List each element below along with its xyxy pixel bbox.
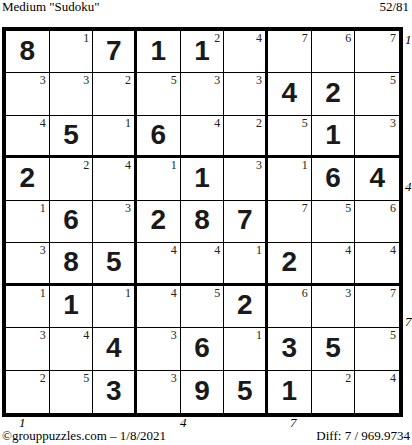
cell-r8c8[interactable]: 5 — [312, 328, 356, 370]
cell-r4c1[interactable]: 2 — [6, 158, 50, 200]
cell-r4c3[interactable]: 4 — [93, 158, 137, 200]
given-digit: 2 — [237, 291, 253, 319]
pencil-mark: 5 — [390, 73, 396, 87]
pencil-mark: 1 — [302, 158, 308, 172]
cell-r4c5[interactable]: 1 — [181, 158, 225, 200]
cell-r9c2[interactable]: 5 — [50, 371, 94, 413]
cell-r8c2[interactable]: 4 — [50, 328, 94, 370]
cell-r3c1[interactable]: 4 — [6, 116, 50, 158]
cell-r8c4[interactable]: 3 — [137, 328, 181, 370]
pencil-mark: 1 — [256, 328, 262, 342]
given-digit: 4 — [369, 164, 385, 192]
cell-r2c3[interactable]: 2 — [93, 73, 137, 115]
cell-r7c1[interactable]: 1 — [6, 286, 50, 328]
cell-r4c2[interactable]: 2 — [50, 158, 94, 200]
cell-r8c6[interactable]: 1 — [224, 328, 268, 370]
cell-r3c4[interactable]: 6 — [137, 116, 181, 158]
cell-r5c4[interactable]: 2 — [137, 201, 181, 243]
cell-r6c6[interactable]: 1 — [224, 243, 268, 285]
pencil-mark: 3 — [256, 158, 262, 172]
sudoku-page: Medium "Sudoku" 52/81 817112476733253342… — [0, 0, 412, 445]
pencil-mark: 4 — [390, 371, 396, 385]
pencil-mark: 2 — [345, 371, 351, 385]
pencil-mark: 2 — [40, 371, 46, 385]
pencil-mark: 5 — [345, 201, 351, 215]
pencil-mark: 4 — [40, 116, 46, 130]
given-digit: 6 — [63, 206, 79, 234]
pencil-mark: 2 — [214, 31, 220, 45]
cell-r5c7[interactable]: 7 — [268, 201, 312, 243]
given-digit: 2 — [20, 164, 36, 192]
given-digit: 6 — [151, 121, 167, 149]
cell-r7c5[interactable]: 5 — [181, 286, 225, 328]
cell-r7c9[interactable]: 7 — [355, 286, 399, 328]
given-digit: 7 — [106, 37, 122, 65]
pencil-mark: 3 — [390, 116, 396, 130]
pencil-mark: 1 — [256, 243, 262, 257]
given-digit: 1 — [63, 291, 79, 319]
cell-r5c2[interactable]: 6 — [50, 201, 94, 243]
pencil-mark: 7 — [390, 286, 396, 300]
cell-r2c2[interactable]: 3 — [50, 73, 94, 115]
cell-r3c6[interactable]: 2 — [224, 116, 268, 158]
pencil-mark: 1 — [40, 201, 46, 215]
cell-r6c5[interactable]: 4 — [181, 243, 225, 285]
pencil-mark: 3 — [40, 243, 46, 257]
cell-r9c4[interactable]: 3 — [137, 371, 181, 413]
cell-r9c3[interactable]: 3 — [93, 371, 137, 413]
cell-r8c7[interactable]: 3 — [268, 328, 312, 370]
cell-r4c8[interactable]: 6 — [312, 158, 356, 200]
cell-r1c1[interactable]: 8 — [6, 31, 50, 73]
pencil-mark: 1 — [171, 158, 177, 172]
cell-r8c9[interactable]: 5 — [355, 328, 399, 370]
cell-r6c7[interactable]: 2 — [268, 243, 312, 285]
cell-r3c9[interactable]: 3 — [355, 116, 399, 158]
pencil-mark: 4 — [125, 158, 131, 172]
given-digit: 1 — [194, 164, 210, 192]
sudoku-board: 8171124767332533425451642513224113164163… — [2, 27, 403, 417]
cell-r9c1[interactable]: 2 — [6, 371, 50, 413]
cell-r6c9[interactable]: 4 — [355, 243, 399, 285]
pencil-mark: 3 — [40, 73, 46, 87]
pencil-mark: 4 — [214, 243, 220, 257]
cell-r3c3[interactable]: 1 — [93, 116, 137, 158]
cell-r7c3[interactable]: 1 — [93, 286, 137, 328]
given-digit: 8 — [63, 248, 79, 276]
cell-r6c2[interactable]: 8 — [50, 243, 94, 285]
cell-r5c6[interactable]: 7 — [224, 201, 268, 243]
cell-r4c9[interactable]: 4 — [355, 158, 399, 200]
pencil-mark: 2 — [256, 116, 262, 130]
given-digit: 5 — [63, 121, 79, 149]
pencil-mark: 3 — [256, 73, 262, 87]
given-digit: 9 — [194, 377, 210, 405]
pencil-mark: 7 — [302, 201, 308, 215]
cell-r4c7[interactable]: 1 — [268, 158, 312, 200]
pencil-mark: 5 — [214, 286, 220, 300]
cell-r1c7[interactable]: 7 — [268, 31, 312, 73]
given-digit: 3 — [282, 334, 298, 362]
given-digit: 6 — [194, 334, 210, 362]
cell-r3c2[interactable]: 5 — [50, 116, 94, 158]
progress-counter: 52/81 — [379, 0, 409, 14]
pencil-mark: 4 — [171, 286, 177, 300]
pencil-mark: 3 — [83, 73, 89, 87]
given-digit: 3 — [106, 377, 122, 405]
cell-r1c6[interactable]: 4 — [224, 31, 268, 73]
cell-r9c8[interactable]: 2 — [312, 371, 356, 413]
pencil-mark: 2 — [125, 73, 131, 87]
cell-r1c4[interactable]: 1 — [137, 31, 181, 73]
pencil-mark: 6 — [345, 31, 351, 45]
row-label-7: 7 — [405, 315, 412, 328]
cell-r1c2[interactable]: 1 — [50, 31, 94, 73]
cell-r8c3[interactable]: 4 — [93, 328, 137, 370]
cell-r6c4[interactable]: 4 — [137, 243, 181, 285]
pencil-mark: 3 — [214, 73, 220, 87]
copyright-text: ©grouppuzzles.com – 1/8/2021 — [2, 429, 166, 443]
cell-r6c3[interactable]: 5 — [93, 243, 137, 285]
pencil-mark: 3 — [40, 328, 46, 342]
puzzle-title: Medium "Sudoku" — [2, 0, 100, 14]
difficulty-text: Diff: 7 / 969.9734 — [316, 429, 410, 443]
cell-r7c7[interactable]: 6 — [268, 286, 312, 328]
col-label-4: 4 — [180, 416, 187, 429]
pencil-mark: 5 — [302, 116, 308, 130]
cell-r5c3[interactable]: 3 — [93, 201, 137, 243]
cell-r9c5[interactable]: 9 — [181, 371, 225, 413]
pencil-mark: 1 — [40, 286, 46, 300]
pencil-mark: 1 — [125, 286, 131, 300]
cell-r7c2[interactable]: 1 — [50, 286, 94, 328]
cell-r7c6[interactable]: 2 — [224, 286, 268, 328]
pencil-mark: 4 — [171, 243, 177, 257]
pencil-mark: 5 — [83, 371, 89, 385]
given-digit: 1 — [282, 377, 298, 405]
given-digit: 2 — [325, 79, 341, 107]
col-label-1: 1 — [19, 416, 26, 429]
given-digit: 5 — [106, 248, 122, 276]
given-digit: 1 — [151, 37, 167, 65]
cell-r5c1[interactable]: 1 — [6, 201, 50, 243]
pencil-mark: 1 — [83, 31, 89, 45]
given-digit: 5 — [237, 377, 253, 405]
cell-r5c9[interactable]: 6 — [355, 201, 399, 243]
cell-r7c8[interactable]: 3 — [312, 286, 356, 328]
cell-r3c8[interactable]: 1 — [312, 116, 356, 158]
pencil-mark: 5 — [171, 73, 177, 87]
cell-r2c9[interactable]: 5 — [355, 73, 399, 115]
given-digit: 2 — [151, 206, 167, 234]
cell-r5c5[interactable]: 8 — [181, 201, 225, 243]
given-digit: 5 — [325, 334, 341, 362]
cell-r1c8[interactable]: 6 — [312, 31, 356, 73]
cell-r9c9[interactable]: 4 — [355, 371, 399, 413]
cell-r3c7[interactable]: 5 — [268, 116, 312, 158]
pencil-mark: 6 — [390, 201, 396, 215]
given-digit: 4 — [106, 334, 122, 362]
cell-r5c8[interactable]: 5 — [312, 201, 356, 243]
cell-r3c5[interactable]: 4 — [181, 116, 225, 158]
col-label-7: 7 — [290, 416, 297, 429]
given-digit: 6 — [325, 164, 341, 192]
pencil-mark: 4 — [256, 31, 262, 45]
pencil-mark: 3 — [125, 201, 131, 215]
pencil-mark: 3 — [345, 286, 351, 300]
cell-r7c4[interactable]: 4 — [137, 286, 181, 328]
given-digit: 4 — [282, 79, 298, 107]
pencil-mark: 3 — [171, 328, 177, 342]
row-label-4: 4 — [405, 180, 412, 193]
given-digit: 8 — [194, 206, 210, 234]
cell-r2c4[interactable]: 5 — [137, 73, 181, 115]
cell-r2c1[interactable]: 3 — [6, 73, 50, 115]
given-digit: 7 — [237, 206, 253, 234]
pencil-mark: 4 — [214, 116, 220, 130]
pencil-mark: 1 — [125, 116, 131, 130]
cell-r2c7[interactable]: 4 — [268, 73, 312, 115]
row-label-1: 1 — [405, 33, 412, 46]
pencil-mark: 6 — [302, 286, 308, 300]
pencil-mark: 4 — [83, 328, 89, 342]
cell-r2c6[interactable]: 3 — [224, 73, 268, 115]
given-digit: 2 — [282, 248, 298, 276]
cell-r6c8[interactable]: 4 — [312, 243, 356, 285]
given-digit: 8 — [20, 37, 36, 65]
cell-r4c6[interactable]: 3 — [224, 158, 268, 200]
cell-r2c5[interactable]: 3 — [181, 73, 225, 115]
given-digit: 1 — [325, 121, 341, 149]
cell-r2c8[interactable]: 2 — [312, 73, 356, 115]
cell-r9c6[interactable]: 5 — [224, 371, 268, 413]
pencil-mark: 3 — [171, 371, 177, 385]
pencil-mark: 7 — [390, 31, 396, 45]
cell-r8c1[interactable]: 3 — [6, 328, 50, 370]
given-digit: 1 — [194, 37, 210, 65]
pencil-mark: 5 — [390, 328, 396, 342]
pencil-mark: 7 — [302, 31, 308, 45]
cell-r1c3[interactable]: 7 — [93, 31, 137, 73]
cell-r8c5[interactable]: 6 — [181, 328, 225, 370]
pencil-mark: 4 — [345, 243, 351, 257]
cell-r1c5[interactable]: 12 — [181, 31, 225, 73]
cell-r9c7[interactable]: 1 — [268, 371, 312, 413]
cell-r1c9[interactable]: 7 — [355, 31, 399, 73]
cell-r4c4[interactable]: 1 — [137, 158, 181, 200]
pencil-mark: 2 — [83, 158, 89, 172]
cell-r6c1[interactable]: 3 — [6, 243, 50, 285]
pencil-mark: 4 — [390, 243, 396, 257]
